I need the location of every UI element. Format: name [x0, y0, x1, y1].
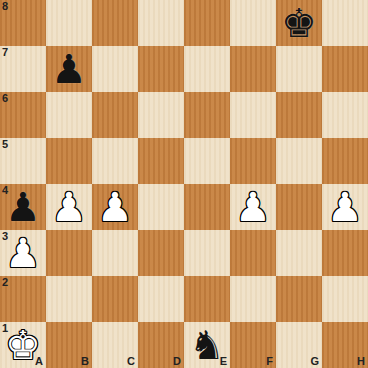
square-f2[interactable]: [230, 276, 276, 322]
square-g4[interactable]: [276, 184, 322, 230]
square-c7[interactable]: [92, 46, 138, 92]
square-g3[interactable]: [276, 230, 322, 276]
square-c1[interactable]: C: [92, 322, 138, 368]
square-h6[interactable]: [322, 92, 368, 138]
square-c4[interactable]: ♟: [92, 184, 138, 230]
square-d4[interactable]: [138, 184, 184, 230]
square-h7[interactable]: [322, 46, 368, 92]
square-h1[interactable]: H: [322, 322, 368, 368]
square-d2[interactable]: [138, 276, 184, 322]
square-g1[interactable]: G: [276, 322, 322, 368]
file-label-h: H: [357, 356, 365, 367]
square-g7[interactable]: [276, 46, 322, 92]
square-d6[interactable]: [138, 92, 184, 138]
square-a8[interactable]: 8: [0, 0, 46, 46]
file-label-f: F: [266, 356, 273, 367]
piece-black-pawn-b7[interactable]: ♟: [51, 46, 87, 92]
square-c8[interactable]: [92, 0, 138, 46]
square-f6[interactable]: [230, 92, 276, 138]
square-f8[interactable]: [230, 0, 276, 46]
square-g6[interactable]: [276, 92, 322, 138]
square-h3[interactable]: [322, 230, 368, 276]
piece-white-pawn-b4[interactable]: ♟: [51, 184, 87, 230]
square-f4[interactable]: ♟: [230, 184, 276, 230]
square-f5[interactable]: [230, 138, 276, 184]
square-g2[interactable]: [276, 276, 322, 322]
piece-white-pawn-f4[interactable]: ♟: [235, 184, 271, 230]
square-b2[interactable]: [46, 276, 92, 322]
square-e5[interactable]: [184, 138, 230, 184]
square-c6[interactable]: [92, 92, 138, 138]
square-f3[interactable]: [230, 230, 276, 276]
square-d7[interactable]: [138, 46, 184, 92]
file-label-b: B: [81, 356, 89, 367]
square-f1[interactable]: F: [230, 322, 276, 368]
rank-label-8: 8: [2, 1, 8, 12]
square-e8[interactable]: [184, 0, 230, 46]
square-a3[interactable]: 3♟: [0, 230, 46, 276]
rank-label-4: 4: [2, 185, 8, 196]
file-label-d: D: [173, 356, 181, 367]
piece-white-pawn-a3[interactable]: ♟: [5, 230, 41, 276]
square-a2[interactable]: 2: [0, 276, 46, 322]
square-e4[interactable]: [184, 184, 230, 230]
square-b6[interactable]: [46, 92, 92, 138]
square-a7[interactable]: 7: [0, 46, 46, 92]
square-h4[interactable]: ♟: [322, 184, 368, 230]
file-label-a: A: [35, 356, 43, 367]
square-c2[interactable]: [92, 276, 138, 322]
square-h2[interactable]: [322, 276, 368, 322]
rank-label-3: 3: [2, 231, 8, 242]
square-b3[interactable]: [46, 230, 92, 276]
square-b7[interactable]: ♟: [46, 46, 92, 92]
square-b4[interactable]: ♟: [46, 184, 92, 230]
piece-white-pawn-c4[interactable]: ♟: [97, 184, 133, 230]
square-e2[interactable]: [184, 276, 230, 322]
file-label-c: C: [127, 356, 135, 367]
square-a5[interactable]: 5: [0, 138, 46, 184]
square-e7[interactable]: [184, 46, 230, 92]
square-a4[interactable]: 4♟: [0, 184, 46, 230]
piece-black-pawn-a4[interactable]: ♟: [5, 184, 41, 230]
square-d1[interactable]: D: [138, 322, 184, 368]
chess-board: 8♚7♟654♟♟♟♟♟3♟21A♚BCDE♞FGH: [0, 0, 368, 368]
rank-label-7: 7: [2, 47, 8, 58]
square-d8[interactable]: [138, 0, 184, 46]
rank-label-1: 1: [2, 323, 8, 334]
square-c5[interactable]: [92, 138, 138, 184]
piece-white-pawn-h4[interactable]: ♟: [327, 184, 363, 230]
square-b5[interactable]: [46, 138, 92, 184]
square-a6[interactable]: 6: [0, 92, 46, 138]
square-f7[interactable]: [230, 46, 276, 92]
square-b1[interactable]: B: [46, 322, 92, 368]
square-h5[interactable]: [322, 138, 368, 184]
piece-black-king-g8[interactable]: ♚: [281, 0, 317, 46]
square-e6[interactable]: [184, 92, 230, 138]
square-e3[interactable]: [184, 230, 230, 276]
rank-label-2: 2: [2, 277, 8, 288]
file-label-e: E: [220, 356, 227, 367]
square-e1[interactable]: E♞: [184, 322, 230, 368]
rank-label-5: 5: [2, 139, 8, 150]
square-a1[interactable]: 1A♚: [0, 322, 46, 368]
square-c3[interactable]: [92, 230, 138, 276]
square-h8[interactable]: [322, 0, 368, 46]
board-grid: 8♚7♟654♟♟♟♟♟3♟21A♚BCDE♞FGH: [0, 0, 368, 368]
square-d3[interactable]: [138, 230, 184, 276]
square-g8[interactable]: ♚: [276, 0, 322, 46]
square-g5[interactable]: [276, 138, 322, 184]
square-d5[interactable]: [138, 138, 184, 184]
rank-label-6: 6: [2, 93, 8, 104]
file-label-g: G: [310, 356, 319, 367]
square-b8[interactable]: [46, 0, 92, 46]
